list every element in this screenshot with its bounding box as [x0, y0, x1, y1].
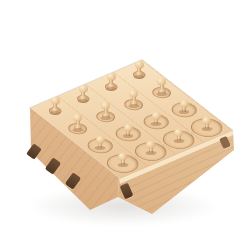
peg [149, 109, 163, 124]
peg-contact-shadow [72, 128, 83, 132]
peg-contact-shadow [156, 92, 167, 96]
peg-contact-shadow [100, 116, 111, 120]
peg-contact-shadow [173, 139, 184, 143]
peg-contact-shadow [50, 111, 61, 115]
peg [99, 101, 113, 118]
peg [132, 58, 146, 77]
cylinder-block-toy-photo [0, 0, 250, 250]
peg [121, 121, 135, 136]
peg-contact-shadow [78, 99, 89, 103]
pegs-layer [0, 0, 250, 250]
peg [177, 97, 191, 112]
peg [127, 89, 141, 106]
peg-contact-shadow [151, 122, 162, 126]
peg-contact-shadow [145, 151, 156, 155]
peg-contact-shadow [134, 75, 145, 79]
peg-contact-shadow [128, 104, 139, 108]
peg-contact-shadow [123, 134, 134, 138]
peg [172, 128, 186, 141]
peg-contact-shadow [95, 146, 106, 150]
peg-contact-shadow [179, 110, 190, 114]
peg [76, 82, 90, 101]
peg [104, 70, 118, 89]
peg [155, 77, 169, 94]
peg-contact-shadow [117, 163, 128, 167]
peg [116, 152, 130, 165]
peg-contact-shadow [106, 87, 117, 91]
peg [71, 113, 85, 130]
peg [93, 133, 107, 148]
peg [48, 94, 62, 113]
peg-contact-shadow [201, 127, 212, 131]
peg [144, 140, 158, 153]
peg [200, 116, 214, 129]
